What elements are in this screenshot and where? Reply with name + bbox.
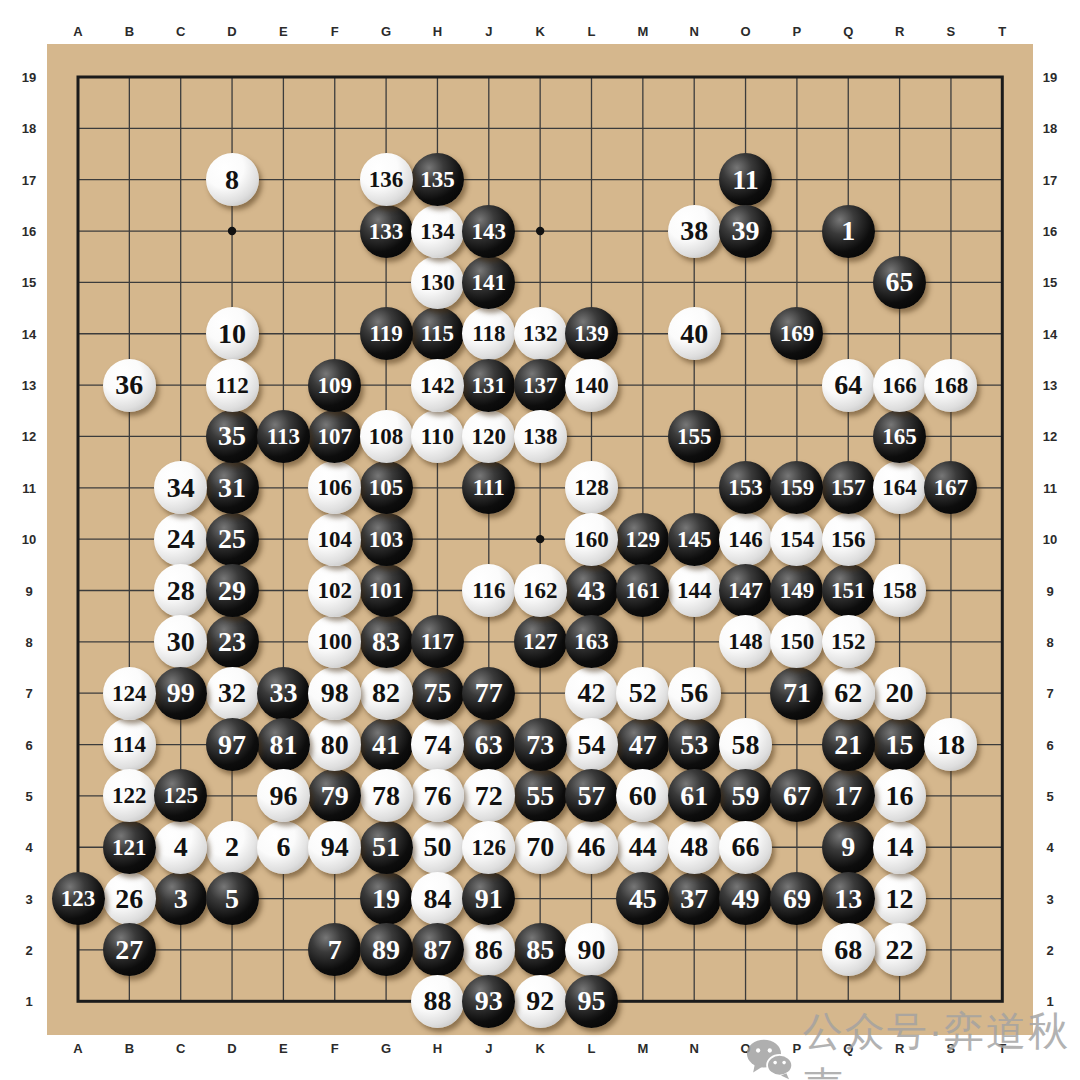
column-label: H: [433, 24, 442, 39]
move-number: 104: [318, 528, 353, 551]
move-number: 14: [886, 833, 914, 861]
move-number: 120: [472, 425, 507, 448]
black-stone-163: 163: [565, 615, 618, 668]
row-label: 5: [1046, 788, 1053, 803]
white-stone-84: 84: [411, 872, 464, 925]
move-number: 138: [523, 425, 558, 448]
column-label: J: [485, 24, 492, 39]
white-stone-138: 138: [514, 410, 567, 463]
black-stone-43: 43: [565, 564, 618, 617]
move-number: 122: [112, 784, 147, 807]
white-stone-6: 6: [257, 821, 310, 874]
move-number: 4: [174, 833, 188, 861]
move-number: 114: [113, 733, 146, 756]
black-stone-37: 37: [668, 872, 721, 925]
move-number: 32: [218, 679, 246, 707]
move-number: 41: [372, 731, 400, 759]
move-number: 42: [578, 679, 606, 707]
row-label: 17: [22, 172, 36, 187]
black-stone-137: 137: [514, 359, 567, 412]
row-label: 8: [1046, 634, 1053, 649]
black-stone-53: 53: [668, 718, 721, 771]
black-stone-145: 145: [668, 513, 721, 566]
black-stone-107: 107: [308, 410, 361, 463]
move-number: 40: [680, 320, 708, 348]
row-label: 14: [22, 326, 36, 341]
white-stone-156: 156: [822, 513, 875, 566]
move-number: 48: [680, 833, 708, 861]
white-stone-168: 168: [924, 359, 977, 412]
move-number: 97: [218, 731, 246, 759]
move-number: 121: [112, 836, 147, 859]
white-stone-122: 122: [103, 769, 156, 822]
column-label: D: [227, 24, 236, 39]
black-stone-123: 123: [52, 872, 105, 925]
column-label: N: [689, 1041, 698, 1056]
move-number: 90: [578, 936, 606, 964]
black-stone-75: 75: [411, 667, 464, 720]
move-number: 117: [421, 630, 454, 653]
move-number: 123: [61, 887, 96, 910]
move-number: 6: [276, 833, 290, 861]
move-number: 77: [475, 679, 503, 707]
black-stone-1: 1: [822, 205, 875, 258]
move-number: 19: [372, 885, 400, 913]
move-number: 126: [472, 836, 507, 859]
column-label: K: [535, 24, 544, 39]
move-number: 115: [421, 322, 454, 345]
move-number: 159: [780, 476, 815, 499]
black-stone-97: 97: [206, 718, 259, 771]
move-number: 26: [115, 885, 143, 913]
move-number: 18: [937, 731, 965, 759]
white-stone-128: 128: [565, 461, 618, 514]
black-stone-73: 73: [514, 718, 567, 771]
white-stone-36: 36: [103, 359, 156, 412]
move-number: 98: [321, 679, 349, 707]
move-number: 33: [269, 679, 297, 707]
row-label: 18: [22, 121, 36, 136]
white-stone-48: 48: [668, 821, 721, 874]
move-number: 91: [475, 885, 503, 913]
row-label: 11: [1043, 480, 1057, 495]
move-number: 61: [680, 782, 708, 810]
white-stone-116: 116: [462, 564, 515, 617]
black-stone-71: 71: [770, 667, 823, 720]
white-stone-132: 132: [514, 307, 567, 360]
black-stone-99: 99: [154, 667, 207, 720]
column-label: B: [125, 24, 134, 39]
column-label: O: [740, 1041, 750, 1056]
row-label: 6: [1046, 737, 1053, 752]
column-label: E: [279, 1041, 288, 1056]
move-number: 37: [680, 885, 708, 913]
white-stone-108: 108: [360, 410, 413, 463]
move-number: 2: [225, 833, 239, 861]
black-stone-95: 95: [565, 975, 618, 1028]
column-label: H: [433, 1041, 442, 1056]
move-number: 165: [882, 425, 917, 448]
white-stone-50: 50: [411, 821, 464, 874]
move-number: 152: [831, 630, 866, 653]
star-point: [536, 535, 544, 543]
column-label: G: [381, 1041, 391, 1056]
white-stone-110: 110: [411, 410, 464, 463]
white-stone-162: 162: [514, 564, 567, 617]
move-number: 134: [420, 220, 455, 243]
move-number: 16: [886, 782, 914, 810]
move-number: 116: [472, 579, 505, 602]
move-number: 166: [882, 374, 917, 397]
move-number: 71: [783, 679, 811, 707]
move-number: 23: [218, 628, 246, 656]
move-number: 169: [780, 322, 815, 345]
column-label: G: [381, 24, 391, 39]
black-stone-81: 81: [257, 718, 310, 771]
white-stone-130: 130: [411, 256, 464, 309]
black-stone-35: 35: [206, 410, 259, 463]
black-stone-93: 93: [462, 975, 515, 1028]
black-stone-127: 127: [514, 615, 567, 668]
black-stone-63: 63: [462, 718, 515, 771]
column-label: B: [125, 1041, 134, 1056]
row-label: 16: [1043, 224, 1057, 239]
row-label: 10: [22, 532, 36, 547]
white-stone-44: 44: [616, 821, 669, 874]
row-label: 2: [1046, 942, 1053, 957]
black-stone-33: 33: [257, 667, 310, 720]
black-stone-77: 77: [462, 667, 515, 720]
move-number: 125: [163, 784, 198, 807]
black-stone-39: 39: [719, 205, 772, 258]
row-label: 16: [22, 224, 36, 239]
row-label: 10: [1043, 532, 1057, 547]
move-number: 162: [523, 579, 558, 602]
move-number: 107: [318, 425, 353, 448]
black-stone-85: 85: [514, 923, 567, 976]
move-number: 148: [728, 630, 763, 653]
row-label: 3: [25, 891, 32, 906]
black-stone-31: 31: [206, 461, 259, 514]
column-label: O: [740, 24, 750, 39]
black-stone-103: 103: [360, 513, 413, 566]
white-stone-46: 46: [565, 821, 618, 874]
row-label: 2: [25, 942, 32, 957]
white-stone-94: 94: [308, 821, 361, 874]
black-stone-89: 89: [360, 923, 413, 976]
black-stone-13: 13: [822, 872, 875, 925]
move-number: 143: [472, 220, 507, 243]
move-number: 35: [218, 422, 246, 450]
black-stone-11: 11: [719, 153, 772, 206]
move-number: 73: [526, 731, 554, 759]
white-stone-52: 52: [616, 667, 669, 720]
white-stone-68: 68: [822, 923, 875, 976]
move-number: 133: [369, 220, 404, 243]
white-stone-56: 56: [668, 667, 721, 720]
move-number: 39: [732, 217, 760, 245]
row-label: 1: [25, 994, 32, 1009]
move-number: 12: [886, 885, 914, 913]
white-stone-142: 142: [411, 359, 464, 412]
black-stone-147: 147: [719, 564, 772, 617]
black-stone-113: 113: [257, 410, 310, 463]
row-label: 9: [25, 583, 32, 598]
move-number: 64: [834, 371, 862, 399]
row-label: 15: [22, 275, 36, 290]
white-stone-166: 166: [873, 359, 926, 412]
column-label: E: [279, 24, 288, 39]
move-number: 10: [218, 320, 246, 348]
row-label: 4: [1046, 840, 1053, 855]
black-stone-9: 9: [822, 821, 875, 874]
move-number: 30: [167, 628, 195, 656]
white-stone-82: 82: [360, 667, 413, 720]
row-label: 8: [25, 634, 32, 649]
black-stone-29: 29: [206, 564, 259, 617]
column-label: M: [637, 24, 648, 39]
move-number: 51: [372, 833, 400, 861]
black-stone-65: 65: [873, 256, 926, 309]
move-number: 76: [423, 782, 451, 810]
white-stone-28: 28: [154, 564, 207, 617]
move-number: 135: [420, 168, 455, 191]
column-label: K: [535, 1041, 544, 1056]
black-stone-131: 131: [462, 359, 515, 412]
move-number: 96: [269, 782, 297, 810]
column-label: P: [793, 1041, 802, 1056]
white-stone-40: 40: [668, 307, 721, 360]
move-number: 46: [578, 833, 606, 861]
move-number: 85: [526, 936, 554, 964]
move-number: 140: [574, 374, 609, 397]
white-stone-14: 14: [873, 821, 926, 874]
move-number: 128: [574, 476, 609, 499]
move-number: 60: [629, 782, 657, 810]
move-number: 11: [732, 166, 758, 194]
black-stone-161: 161: [616, 564, 669, 617]
black-stone-49: 49: [719, 872, 772, 925]
column-label: N: [689, 24, 698, 39]
move-number: 75: [423, 679, 451, 707]
white-stone-120: 120: [462, 410, 515, 463]
move-number: 149: [780, 579, 815, 602]
column-label: F: [331, 1041, 339, 1056]
row-label: 7: [1046, 686, 1053, 701]
move-number: 80: [321, 731, 349, 759]
move-number: 7: [328, 936, 342, 964]
move-number: 36: [115, 371, 143, 399]
black-stone-141: 141: [462, 256, 515, 309]
column-label: M: [637, 1041, 648, 1056]
row-label: 12: [1043, 429, 1057, 444]
move-number: 58: [732, 731, 760, 759]
move-number: 25: [218, 525, 246, 553]
white-stone-114: 114: [103, 718, 156, 771]
move-number: 158: [882, 579, 917, 602]
white-stone-26: 26: [103, 872, 156, 925]
move-number: 111: [473, 476, 505, 499]
white-stone-24: 24: [154, 513, 207, 566]
move-number: 141: [472, 271, 507, 294]
column-label: A: [73, 24, 82, 39]
black-stone-101: 101: [360, 564, 413, 617]
white-stone-10: 10: [206, 307, 259, 360]
move-number: 50: [423, 833, 451, 861]
move-number: 82: [372, 679, 400, 707]
white-stone-64: 64: [822, 359, 875, 412]
row-label: 1: [1046, 994, 1053, 1009]
black-stone-25: 25: [206, 513, 259, 566]
black-stone-83: 83: [360, 615, 413, 668]
row-label: 4: [25, 840, 32, 855]
white-stone-38: 38: [668, 205, 721, 258]
white-stone-158: 158: [873, 564, 926, 617]
black-stone-105: 105: [360, 461, 413, 514]
column-label: S: [947, 24, 956, 39]
move-number: 167: [934, 476, 969, 499]
move-number: 95: [578, 987, 606, 1015]
move-number: 34: [167, 474, 195, 502]
white-stone-76: 76: [411, 769, 464, 822]
white-stone-4: 4: [154, 821, 207, 874]
move-number: 17: [834, 782, 862, 810]
move-number: 21: [834, 731, 862, 759]
move-number: 78: [372, 782, 400, 810]
white-stone-136: 136: [360, 153, 413, 206]
move-number: 146: [728, 528, 763, 551]
black-stone-23: 23: [206, 615, 259, 668]
column-label: L: [588, 24, 596, 39]
move-number: 142: [420, 374, 455, 397]
column-label: P: [793, 24, 802, 39]
black-stone-139: 139: [565, 307, 618, 360]
move-number: 62: [834, 679, 862, 707]
move-number: 105: [369, 476, 404, 499]
move-number: 101: [369, 579, 404, 602]
row-label: 19: [1043, 70, 1057, 85]
row-label: 6: [25, 737, 32, 752]
black-stone-15: 15: [873, 718, 926, 771]
row-label: 9: [1046, 583, 1053, 598]
row-label: 3: [1046, 891, 1053, 906]
white-stone-32: 32: [206, 667, 259, 720]
move-number: 144: [677, 579, 712, 602]
black-stone-153: 153: [719, 461, 772, 514]
black-stone-115: 115: [411, 307, 464, 360]
move-number: 161: [626, 579, 661, 602]
move-number: 151: [831, 579, 866, 602]
row-label: 17: [1043, 172, 1057, 187]
move-number: 86: [475, 936, 503, 964]
column-label: Q: [843, 24, 853, 39]
move-number: 93: [475, 987, 503, 1015]
white-stone-12: 12: [873, 872, 926, 925]
black-stone-165: 165: [873, 410, 926, 463]
row-label: 7: [25, 686, 32, 701]
black-stone-51: 51: [360, 821, 413, 874]
move-number: 56: [680, 679, 708, 707]
black-stone-27: 27: [103, 923, 156, 976]
black-stone-121: 121: [103, 821, 156, 874]
move-number: 129: [626, 528, 661, 551]
white-stone-152: 152: [822, 615, 875, 668]
move-number: 29: [218, 577, 246, 605]
white-stone-144: 144: [668, 564, 721, 617]
move-number: 22: [886, 936, 914, 964]
move-number: 88: [423, 987, 451, 1015]
column-label: S: [947, 1041, 956, 1056]
move-number: 8: [225, 166, 239, 194]
white-stone-54: 54: [565, 718, 618, 771]
move-number: 131: [472, 374, 507, 397]
move-number: 83: [372, 628, 400, 656]
white-stone-160: 160: [565, 513, 618, 566]
move-number: 156: [831, 528, 866, 551]
white-stone-80: 80: [308, 718, 361, 771]
column-label: Q: [843, 1041, 853, 1056]
row-label: 19: [22, 70, 36, 85]
move-number: 53: [680, 731, 708, 759]
move-number: 52: [629, 679, 657, 707]
move-number: 139: [574, 322, 609, 345]
white-stone-146: 146: [719, 513, 772, 566]
column-label: F: [331, 24, 339, 39]
move-number: 130: [420, 271, 455, 294]
black-stone-109: 109: [308, 359, 361, 412]
move-number: 154: [780, 528, 815, 551]
move-number: 150: [780, 630, 815, 653]
move-number: 157: [831, 476, 866, 499]
move-number: 9: [841, 833, 855, 861]
white-stone-140: 140: [565, 359, 618, 412]
column-label: D: [227, 1041, 236, 1056]
white-stone-78: 78: [360, 769, 413, 822]
move-number: 118: [472, 322, 505, 345]
move-number: 99: [167, 679, 195, 707]
column-label: C: [176, 24, 185, 39]
move-number: 81: [269, 731, 297, 759]
black-stone-3: 3: [154, 872, 207, 925]
white-stone-154: 154: [770, 513, 823, 566]
move-number: 168: [934, 374, 969, 397]
black-stone-17: 17: [822, 769, 875, 822]
white-stone-58: 58: [719, 718, 772, 771]
white-stone-98: 98: [308, 667, 361, 720]
move-number: 110: [421, 425, 454, 448]
move-number: 65: [886, 268, 914, 296]
white-stone-74: 74: [411, 718, 464, 771]
move-number: 112: [215, 374, 248, 397]
black-stone-5: 5: [206, 872, 259, 925]
white-stone-70: 70: [514, 821, 567, 874]
move-number: 66: [732, 833, 760, 861]
row-label: 18: [1043, 121, 1057, 136]
move-number: 59: [732, 782, 760, 810]
move-number: 87: [423, 936, 451, 964]
column-label: A: [73, 1041, 82, 1056]
row-label: 15: [1043, 275, 1057, 290]
star-point: [536, 227, 544, 235]
move-number: 153: [728, 476, 763, 499]
move-number: 72: [475, 782, 503, 810]
move-number: 164: [882, 476, 917, 499]
move-number: 68: [834, 936, 862, 964]
move-number: 155: [677, 425, 712, 448]
column-label: L: [588, 1041, 596, 1056]
black-stone-61: 61: [668, 769, 721, 822]
move-number: 63: [475, 731, 503, 759]
